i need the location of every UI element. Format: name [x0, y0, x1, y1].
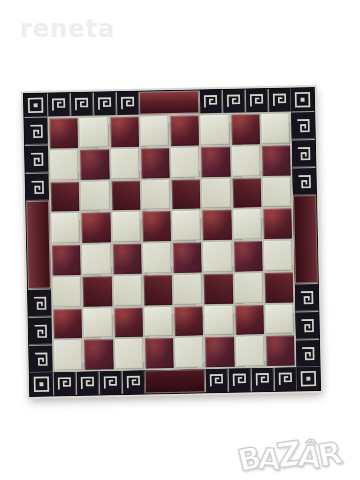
enamel-strip — [26, 201, 51, 289]
greek-key-icon — [205, 369, 228, 392]
board-square — [112, 212, 141, 242]
board-square — [172, 179, 201, 209]
greek-key-icon — [53, 372, 76, 395]
board-square — [265, 304, 294, 334]
greek-key-corner-icon — [24, 94, 47, 117]
reneta-watermark-logo: reneta — [20, 15, 115, 43]
board-square — [143, 243, 172, 273]
board-square — [263, 209, 292, 239]
greek-key-icon — [295, 283, 319, 311]
border-edge-right — [291, 111, 319, 367]
greek-key-icon — [199, 90, 222, 113]
greek-key-icon — [116, 92, 139, 115]
enamel-strip — [139, 90, 199, 114]
board-square — [232, 146, 261, 176]
greek-key-icon — [47, 93, 70, 116]
greek-key-group — [24, 117, 49, 201]
greek-key-icon — [122, 371, 145, 394]
greek-key-icon — [251, 368, 274, 391]
greek-key-icon — [70, 93, 93, 116]
greek-key-group — [53, 371, 145, 396]
board-square — [266, 336, 295, 366]
greek-key-icon — [291, 111, 315, 139]
greek-key-corner-icon — [297, 367, 320, 390]
enamel-strip — [293, 195, 318, 283]
greek-key-group — [291, 111, 316, 195]
board-square — [110, 117, 139, 147]
board-square — [142, 211, 171, 241]
product-photo-page: reneta — [0, 0, 360, 480]
board-square — [262, 177, 291, 207]
greek-key-icon — [76, 372, 99, 395]
greek-key-icon — [245, 89, 268, 112]
board-squares — [47, 111, 296, 372]
board-square — [264, 272, 293, 302]
board-square — [111, 148, 140, 178]
board-square — [172, 211, 201, 241]
greek-key-group — [205, 367, 297, 392]
greek-key-corner-icon — [291, 88, 314, 111]
board-square — [82, 213, 111, 243]
greek-key-icon — [292, 167, 316, 195]
board-square — [83, 276, 112, 306]
board-square — [80, 149, 109, 179]
board-square — [234, 241, 263, 271]
greek-key-icon — [99, 371, 122, 394]
board-square — [82, 244, 111, 274]
board-square — [115, 339, 144, 369]
greek-key-corner-icon — [30, 373, 53, 396]
board-square — [236, 336, 265, 366]
board-square — [52, 245, 81, 275]
board-square — [233, 209, 262, 239]
bazar-watermark-logo: B A Z Â R — [237, 431, 343, 476]
board-square — [170, 115, 199, 145]
board-square — [143, 275, 172, 305]
board-square — [232, 178, 261, 208]
board-square — [141, 180, 170, 210]
board-square — [80, 117, 109, 147]
board-square — [203, 210, 232, 240]
greek-key-icon — [274, 367, 297, 390]
board-square — [145, 338, 174, 368]
greek-key-icon — [93, 92, 116, 115]
board-square — [205, 305, 234, 335]
greek-key-group — [47, 92, 139, 117]
board-square — [171, 147, 200, 177]
board-square — [144, 307, 173, 337]
board-square — [264, 240, 293, 270]
greek-key-icon — [24, 117, 48, 145]
board-square — [174, 306, 203, 336]
board-square — [84, 340, 113, 370]
board-square — [53, 308, 82, 338]
board-square — [173, 242, 202, 272]
greek-key-icon — [292, 139, 316, 167]
board-square — [53, 277, 82, 307]
board-square — [84, 308, 113, 338]
greek-key-icon — [295, 311, 319, 339]
board-square — [174, 274, 203, 304]
board-square — [201, 147, 230, 177]
board-square — [262, 145, 291, 175]
greek-key-group — [28, 289, 53, 373]
greek-key-icon — [25, 145, 49, 173]
board-square — [113, 244, 142, 274]
board-square — [113, 275, 142, 305]
board-square — [202, 178, 231, 208]
board-square — [261, 114, 290, 144]
board-square — [49, 118, 78, 148]
chess-board — [23, 87, 321, 397]
board-square — [114, 307, 143, 337]
greek-key-icon — [29, 345, 53, 373]
border-edge-bottom — [53, 367, 297, 395]
greek-key-group — [199, 88, 291, 113]
board-square — [231, 114, 260, 144]
board-square — [235, 305, 264, 335]
board-square — [205, 337, 234, 367]
board-square — [51, 181, 80, 211]
greek-key-icon — [222, 89, 245, 112]
board-square — [204, 273, 233, 303]
board-square — [51, 213, 80, 243]
greek-key-icon — [268, 88, 291, 111]
board-square — [203, 242, 232, 272]
greek-key-icon — [26, 173, 50, 201]
greek-key-icon — [228, 368, 251, 391]
board-square — [111, 180, 140, 210]
greek-key-group — [295, 283, 320, 367]
greek-key-icon — [29, 317, 53, 345]
board-square — [50, 150, 79, 180]
board-square — [234, 273, 263, 303]
greek-key-icon — [296, 339, 320, 367]
board-square — [140, 116, 169, 146]
board-square — [201, 115, 230, 145]
board-square — [54, 340, 83, 370]
enamel-strip — [145, 369, 205, 393]
board-square — [141, 148, 170, 178]
board-square — [81, 181, 110, 211]
board-square — [175, 338, 204, 368]
greek-key-icon — [28, 289, 52, 317]
